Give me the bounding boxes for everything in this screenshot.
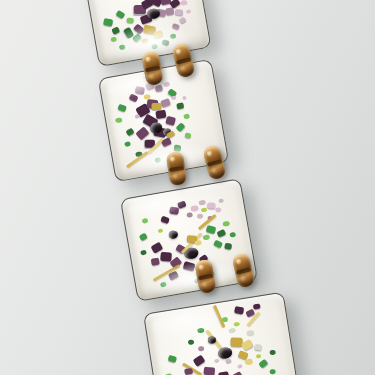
enamel-speckle-design [121,179,257,300]
enamel-speckle [165,116,176,126]
enamel-speckle [129,93,139,102]
enamel-speckle [234,307,244,316]
enamel-speckle [160,252,172,262]
enamel-speckle [103,18,113,26]
enamel-speckle [115,117,123,123]
enamel-speckle [151,258,160,266]
enamel-speckle [219,372,230,375]
enamel-speckle [177,201,187,209]
enamel-speckle [216,229,226,238]
enamel-speckle [110,37,117,43]
enamel-speckle [154,157,161,163]
enamel-speckle [197,213,204,219]
enamel-speckle [194,240,202,246]
enamel-speckle [175,9,183,16]
enamel-speckle [135,126,149,140]
enamel-speckle [141,218,148,224]
enamel-speckle [180,0,188,6]
enamel-speckle [269,369,276,375]
enamel-speckle [232,371,243,375]
enamel-speckle [119,45,126,51]
enamel-speckle [174,145,181,152]
enamel-speckle [201,208,208,213]
enamel-speckle [241,339,254,351]
enamel-speckle [177,102,185,109]
enamel-speckle [204,367,216,375]
enamel-speckle [111,26,120,34]
enamel-speckle [135,114,141,119]
enamel-speckle [169,207,179,215]
enamel-speckle [197,346,204,352]
enamel-speckle [184,367,193,374]
enamel-speckle [213,240,223,249]
enamel-speckle [253,304,261,310]
enamel-speckle [218,199,224,204]
enamel-speckle [237,364,243,369]
enamel-speckle [245,358,254,365]
enamel-speckle [229,232,236,238]
enamel-speckle [158,228,164,233]
enamel-speckle [255,354,261,359]
enamel-speckle [246,330,255,337]
enamel-speckle [171,95,177,100]
enamel-speckle [172,23,180,30]
enamel-speckle [197,328,205,334]
enamel-speckle [254,344,262,351]
enamel-speckle [155,85,163,92]
enamel-speckle [153,30,164,39]
enamel-speckle [124,141,131,147]
enamel-speckle [184,133,191,139]
enamel-speckle [152,103,162,110]
dark-glass-blob [168,230,178,239]
enamel-speckle [140,250,147,256]
enamel-speckle [207,203,215,210]
bracelet-panel-4 [143,292,303,375]
dark-glass-blob [218,346,234,359]
enamel-speckle [183,114,190,120]
enamel-speckle [183,261,196,272]
photo-background [0,0,375,375]
enamel-speckle [141,38,149,44]
enamel-speckle [224,243,232,250]
enamel-speckle [186,9,192,14]
enamel-speckle [165,7,174,15]
enamel-speckle [215,207,222,213]
enamel-speckle [269,349,276,355]
enamel-speckle [125,127,134,136]
enamel-speckle [221,317,228,323]
enamel-speckle [135,86,145,94]
enamel-speckle [203,234,211,240]
enamel-speckle [206,225,217,234]
enamel-speckle [160,216,170,224]
dark-glass-blob [146,8,161,20]
enamel-speckle [214,358,220,363]
enamel-speckle [179,17,187,24]
enamel-speckle [259,359,269,369]
enamel-speckle [164,82,171,88]
enamel-speckle [190,205,199,212]
enamel-speckle [233,322,240,327]
enamel-speckle [170,33,177,39]
enamel-speckle [198,200,206,206]
enamel-speckle [193,354,206,366]
enamel-speckle [175,122,185,132]
enamel-speckle-design [144,293,302,375]
enamel-speckle [160,281,167,287]
bracelet [0,0,375,375]
enamel-speckle [155,110,166,120]
enamel-speckle [117,104,127,112]
enamel-speckle [222,220,230,226]
enamel-speckle [187,212,194,218]
enamel-speckle [139,232,148,241]
enamel-speckle [167,355,176,363]
enamel-speckle [188,339,195,345]
enamel-speckle [225,359,232,365]
enamel-speckle [115,10,125,19]
enamel-speckle [151,44,158,50]
enamel-speckle [126,17,133,23]
enamel-speckle [182,96,187,101]
enamel-speckle [229,328,237,334]
enamel-speckle [161,39,169,46]
